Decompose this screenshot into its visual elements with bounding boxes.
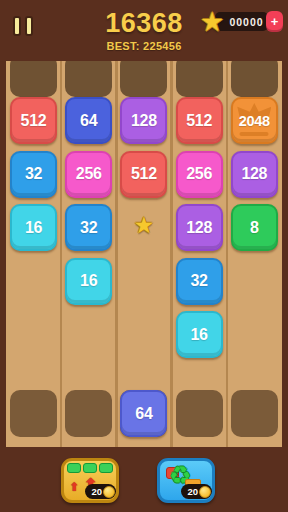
top-bar: 16368 BEST: 225456 00000 ★ +	[0, 0, 288, 61]
tile-value: 64	[80, 112, 97, 130]
collectible-star-icon: ★	[133, 214, 154, 237]
booster-swap-button[interactable]: ♻ 20	[157, 458, 215, 503]
tile-128: 128	[231, 151, 278, 198]
best-score: BEST: 225456	[0, 40, 288, 52]
star-counter-value: 00000	[229, 16, 263, 28]
tile-value: 32	[25, 165, 42, 183]
tile-value: 128	[241, 165, 267, 183]
tile-value: 512	[21, 112, 47, 130]
tile-value: 2048	[239, 113, 270, 129]
tile-32: 32	[65, 204, 112, 251]
tile-value: 16	[80, 272, 97, 290]
tile-64: 64	[65, 97, 112, 144]
tile-128: 128	[176, 204, 223, 251]
tile-32: 32	[10, 151, 57, 198]
booster-count-badge: 20	[85, 484, 116, 499]
tile-512: 512	[176, 97, 223, 144]
arrow-up-icon: ⬆	[69, 480, 79, 494]
tile-value: 128	[131, 112, 157, 130]
add-stars-button[interactable]: +	[266, 11, 283, 32]
crown-bar-icon	[240, 132, 269, 136]
star-icon: ★	[200, 6, 224, 38]
coin-icon	[103, 486, 115, 498]
coin-icon	[199, 486, 211, 498]
booster-count: 20	[187, 486, 198, 497]
tile-value: 64	[135, 405, 152, 423]
booster-push-up-button[interactable]: ⬆ ⬆ 20	[61, 458, 119, 503]
tile-256: 256	[176, 151, 223, 198]
tile-value: 128	[186, 219, 212, 237]
tile-value: 16	[190, 326, 207, 344]
blocks-icon	[67, 463, 113, 473]
tile-512: 512	[120, 151, 167, 198]
board[interactable]: 512641285122048322565122561281632★128816…	[6, 61, 282, 447]
tile-16: 16	[176, 311, 223, 358]
green-block-icon	[99, 463, 113, 473]
shooter-tile[interactable]: 64	[120, 390, 167, 437]
green-block-icon	[83, 463, 97, 473]
tile-2048: 2048	[231, 97, 278, 144]
tile-128: 128	[120, 97, 167, 144]
tile-value: 256	[76, 165, 102, 183]
tile-512: 512	[10, 97, 57, 144]
tile-16: 16	[65, 258, 112, 305]
tile-8: 8	[231, 204, 278, 251]
tile-32: 32	[176, 258, 223, 305]
tile-value: 256	[186, 165, 212, 183]
tile-value: 8	[250, 219, 259, 237]
green-block-icon	[67, 463, 81, 473]
booster-count: 20	[91, 486, 102, 497]
tile-16: 16	[10, 204, 57, 251]
booster-bar: ⬆ ⬆ 20 ♻ 20	[0, 447, 288, 512]
tile-value: 512	[131, 165, 157, 183]
tile-value: 32	[80, 219, 97, 237]
tile-value: 16	[25, 219, 42, 237]
tile-value: 512	[186, 112, 212, 130]
booster-count-badge: 20	[181, 484, 212, 499]
tile-value: 32	[190, 272, 207, 290]
tile-256: 256	[65, 151, 112, 198]
